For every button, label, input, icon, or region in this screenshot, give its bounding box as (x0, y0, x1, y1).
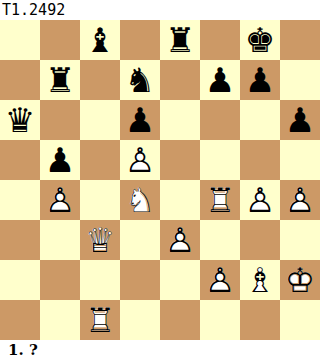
square-e8[interactable]: ♜ (160, 20, 200, 60)
piece-white-knight[interactable]: ♞♘ (120, 180, 160, 220)
square-c6[interactable] (80, 100, 120, 140)
square-d4[interactable]: ♞♘ (120, 180, 160, 220)
square-c7[interactable] (80, 60, 120, 100)
square-d6[interactable]: ♟ (120, 100, 160, 140)
piece-black-pawn[interactable]: ♟ (280, 100, 320, 140)
move-bar: 1. ? (0, 340, 320, 360)
piece-white-bishop[interactable]: ♝♗ (240, 260, 280, 300)
black-piece-glyph: ♞ (125, 63, 155, 97)
black-piece-glyph: ♟ (245, 63, 275, 97)
puzzle-title: T1.2492 (2, 1, 65, 19)
white-piece-outline: ♘ (125, 183, 155, 217)
square-e1[interactable] (160, 300, 200, 340)
white-piece-outline: ♙ (45, 183, 75, 217)
square-b2[interactable] (40, 260, 80, 300)
square-a5[interactable] (0, 140, 40, 180)
black-piece-glyph: ♛ (5, 103, 35, 137)
white-piece-outline: ♔ (285, 263, 315, 297)
square-a8[interactable] (0, 20, 40, 60)
white-piece-outline: ♖ (85, 303, 115, 337)
square-f5[interactable] (200, 140, 240, 180)
black-piece-glyph: ♜ (45, 63, 75, 97)
piece-white-rook[interactable]: ♜♖ (200, 180, 240, 220)
piece-white-king[interactable]: ♚♔ (280, 260, 320, 300)
square-h6[interactable]: ♟ (280, 100, 320, 140)
white-piece-outline: ♕ (85, 223, 115, 257)
square-h2[interactable]: ♚♔ (280, 260, 320, 300)
square-f8[interactable] (200, 20, 240, 60)
white-piece-outline: ♙ (285, 183, 315, 217)
square-b1[interactable] (40, 300, 80, 340)
white-piece-outline: ♗ (245, 263, 275, 297)
move-prompt: 1. ? (8, 341, 38, 359)
square-f1[interactable] (200, 300, 240, 340)
square-e2[interactable] (160, 260, 200, 300)
square-b4[interactable]: ♟♙ (40, 180, 80, 220)
square-c8[interactable]: ♝ (80, 20, 120, 60)
square-g3[interactable] (240, 220, 280, 260)
piece-black-queen[interactable]: ♛ (0, 100, 40, 140)
square-b6[interactable] (40, 100, 80, 140)
black-piece-glyph: ♝ (85, 23, 115, 57)
piece-white-pawn[interactable]: ♟♙ (240, 180, 280, 220)
piece-white-pawn[interactable]: ♟♙ (120, 140, 160, 180)
square-f4[interactable]: ♜♖ (200, 180, 240, 220)
square-e6[interactable] (160, 100, 200, 140)
square-f6[interactable] (200, 100, 240, 140)
piece-black-rook[interactable]: ♜ (160, 20, 200, 60)
piece-black-knight[interactable]: ♞ (120, 60, 160, 100)
piece-white-pawn[interactable]: ♟♙ (200, 260, 240, 300)
square-e4[interactable] (160, 180, 200, 220)
square-a1[interactable] (0, 300, 40, 340)
square-b7[interactable]: ♜ (40, 60, 80, 100)
white-piece-outline: ♙ (165, 223, 195, 257)
white-piece-outline: ♖ (205, 183, 235, 217)
square-a7[interactable] (0, 60, 40, 100)
square-c4[interactable] (80, 180, 120, 220)
square-g1[interactable] (240, 300, 280, 340)
square-g4[interactable]: ♟♙ (240, 180, 280, 220)
square-c5[interactable] (80, 140, 120, 180)
square-g5[interactable] (240, 140, 280, 180)
square-d8[interactable] (120, 20, 160, 60)
square-b8[interactable] (40, 20, 80, 60)
black-piece-glyph: ♟ (125, 103, 155, 137)
square-d3[interactable] (120, 220, 160, 260)
piece-black-pawn[interactable]: ♟ (240, 60, 280, 100)
square-a4[interactable] (0, 180, 40, 220)
square-e5[interactable] (160, 140, 200, 180)
piece-white-pawn[interactable]: ♟♙ (280, 180, 320, 220)
square-f3[interactable] (200, 220, 240, 260)
square-h1[interactable] (280, 300, 320, 340)
piece-white-pawn[interactable]: ♟♙ (40, 180, 80, 220)
square-d1[interactable] (120, 300, 160, 340)
square-h7[interactable] (280, 60, 320, 100)
black-piece-glyph: ♟ (285, 103, 315, 137)
square-d7[interactable]: ♞ (120, 60, 160, 100)
piece-black-pawn[interactable]: ♟ (120, 100, 160, 140)
square-f7[interactable]: ♟ (200, 60, 240, 100)
square-b5[interactable]: ♟ (40, 140, 80, 180)
piece-black-rook[interactable]: ♜ (40, 60, 80, 100)
square-g2[interactable]: ♝♗ (240, 260, 280, 300)
white-piece-outline: ♙ (125, 143, 155, 177)
square-d2[interactable] (120, 260, 160, 300)
square-g6[interactable] (240, 100, 280, 140)
square-g7[interactable]: ♟ (240, 60, 280, 100)
square-h5[interactable] (280, 140, 320, 180)
black-piece-glyph: ♚ (245, 23, 275, 57)
square-c1[interactable]: ♜♖ (80, 300, 120, 340)
square-a3[interactable] (0, 220, 40, 260)
piece-white-pawn[interactable]: ♟♙ (160, 220, 200, 260)
square-g8[interactable]: ♚ (240, 20, 280, 60)
chess-board[interactable]: ♝♜♚♜♞♟♟♛♟♟♟♟♙♟♙♞♘♜♖♟♙♟♙♛♕♟♙♟♙♝♗♚♔♜♖ (0, 20, 320, 340)
title-bar: T1.2492 (0, 0, 320, 20)
square-a2[interactable] (0, 260, 40, 300)
square-h3[interactable] (280, 220, 320, 260)
square-a6[interactable]: ♛ (0, 100, 40, 140)
black-piece-glyph: ♟ (45, 143, 75, 177)
piece-black-bishop[interactable]: ♝ (80, 20, 120, 60)
square-b3[interactable] (40, 220, 80, 260)
piece-black-pawn[interactable]: ♟ (200, 60, 240, 100)
piece-black-king[interactable]: ♚ (240, 20, 280, 60)
square-c2[interactable] (80, 260, 120, 300)
piece-black-pawn[interactable]: ♟ (40, 140, 80, 180)
square-h4[interactable]: ♟♙ (280, 180, 320, 220)
piece-white-queen[interactable]: ♛♕ (80, 220, 120, 260)
square-h8[interactable] (280, 20, 320, 60)
square-e3[interactable]: ♟♙ (160, 220, 200, 260)
black-piece-glyph: ♟ (205, 63, 235, 97)
square-f2[interactable]: ♟♙ (200, 260, 240, 300)
white-piece-outline: ♙ (205, 263, 235, 297)
square-c3[interactable]: ♛♕ (80, 220, 120, 260)
black-piece-glyph: ♜ (165, 23, 195, 57)
square-d5[interactable]: ♟♙ (120, 140, 160, 180)
square-e7[interactable] (160, 60, 200, 100)
piece-white-rook[interactable]: ♜♖ (80, 300, 120, 340)
white-piece-outline: ♙ (245, 183, 275, 217)
